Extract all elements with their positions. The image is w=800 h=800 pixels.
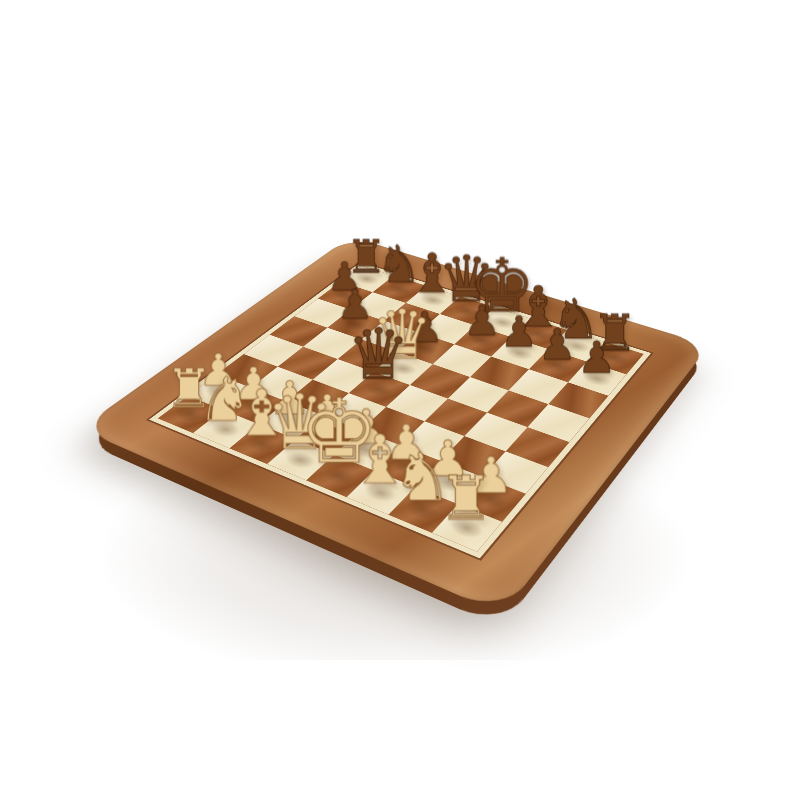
piece-black-pawn-g7: ♟: [538, 323, 577, 366]
piece-black-pawn-e7: ♟: [463, 300, 500, 342]
product-photo-scene: ♜♞♝♛♚♝♞♜♟♟♟♟♟♟♟♛♛♟♟♟♟♟♟♟♟♜♞♝♛♚♝♞♜: [0, 0, 800, 800]
piece-black-pawn-f7: ♟: [500, 311, 538, 353]
piece-black-pawn-h7: ♟: [577, 336, 616, 380]
piece-white-rook-h1: ♜: [439, 468, 494, 529]
